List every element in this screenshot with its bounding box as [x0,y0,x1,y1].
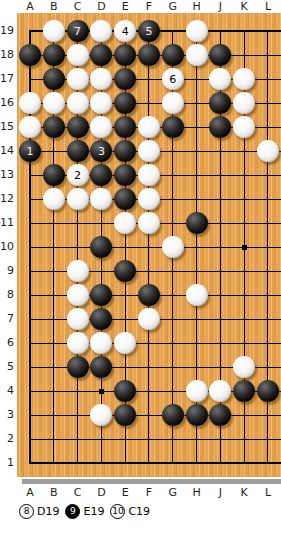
board-point-G6[interactable] [161,331,185,355]
grid-line-horizontal [256,247,281,248]
board-point-H8[interactable] [185,283,209,307]
board-point-A7[interactable] [18,307,42,331]
board-point-J6[interactable] [208,331,232,355]
board-point-H4[interactable] [185,379,209,403]
board-point-H17[interactable] [185,67,209,91]
board-point-J13[interactable] [208,163,232,187]
board-point-H11[interactable] [185,211,209,235]
board-point-C16[interactable] [66,91,90,115]
board-point-E18[interactable] [113,43,137,67]
board-point-L18[interactable] [256,43,280,67]
board-point-D8[interactable] [89,283,113,307]
board-point-H2[interactable] [185,427,209,451]
board-point-E5[interactable] [113,355,137,379]
board-point-J17[interactable] [208,67,232,91]
board-point-H5[interactable] [185,355,209,379]
white-stone: 2 [67,164,89,186]
board-point-B11[interactable] [42,211,66,235]
board-point-F14[interactable] [137,139,161,163]
board-point-F1[interactable] [137,451,161,475]
board-point-H19[interactable] [185,19,209,43]
board-point-D19[interactable] [89,19,113,43]
board-point-G2[interactable] [161,427,185,451]
grid-line-vertical [267,307,268,331]
board-point-E17[interactable] [113,67,137,91]
board-point-B6[interactable] [42,331,66,355]
board-point-F19[interactable]: 5 [137,19,161,43]
board-point-L2[interactable] [256,427,280,451]
board-point-D15[interactable] [89,115,113,139]
move-number: 5 [145,26,152,37]
board-point-C1[interactable] [66,451,90,475]
board-point-K4[interactable] [232,379,256,403]
board-point-J2[interactable] [208,427,232,451]
board-point-C7[interactable] [66,307,90,331]
grid-line-vertical [77,427,78,451]
grid-line-vertical [53,139,54,163]
board-point-B5[interactable] [42,355,66,379]
board-point-A10[interactable] [18,235,42,259]
board-point-L19[interactable] [256,19,280,43]
black-stone: 7 [67,20,89,42]
board-point-A5[interactable] [18,355,42,379]
column-label: B [42,486,66,500]
board-point-D17[interactable] [89,67,113,91]
board-point-J9[interactable] [208,259,232,283]
board-point-A1[interactable] [18,451,42,475]
white-stone [162,236,184,258]
board-point-H16[interactable] [185,91,209,115]
board-point-F9[interactable] [137,259,161,283]
board-point-L13[interactable] [256,163,280,187]
board-point-G12[interactable] [161,187,185,211]
board-point-F18[interactable] [137,43,161,67]
board-point-L7[interactable] [256,307,280,331]
board-point-A13[interactable] [18,163,42,187]
board-point-L10[interactable] [256,235,280,259]
grid-line-vertical [220,259,221,283]
board-point-H10[interactable] [185,235,209,259]
grid-line-vertical [267,187,268,211]
board-point-B8[interactable] [42,283,66,307]
board-point-J7[interactable] [208,307,232,331]
board-point-K13[interactable] [232,163,256,187]
board-point-C2[interactable] [66,427,90,451]
board-point-F2[interactable] [137,427,161,451]
board-point-G8[interactable] [161,283,185,307]
board-point-E19[interactable]: 4 [113,19,137,43]
board-point-J1[interactable] [208,451,232,475]
board-point-B18[interactable] [42,43,66,67]
board-point-G7[interactable] [161,307,185,331]
grid-line-vertical [196,451,197,464]
board-point-L5[interactable] [256,355,280,379]
board-point-G11[interactable] [161,211,185,235]
board-point-E16[interactable] [113,91,137,115]
board-point-D1[interactable] [89,451,113,475]
board-point-C9[interactable] [66,259,90,283]
board-point-G18[interactable] [161,43,185,67]
board-point-D11[interactable] [89,211,113,235]
grid-line-vertical [77,211,78,235]
board-point-C14[interactable] [66,139,90,163]
grid-line-horizontal [256,367,281,368]
board-point-L1[interactable] [256,451,280,475]
board-point-D2[interactable] [89,427,113,451]
board-point-K10[interactable] [232,235,256,259]
board-point-A15[interactable] [18,115,42,139]
board-point-L15[interactable] [256,115,280,139]
board-point-D6[interactable] [89,331,113,355]
board-point-F16[interactable] [137,91,161,115]
board-point-B4[interactable] [42,379,66,403]
board-point-E2[interactable] [113,427,137,451]
column-label: G [161,486,185,500]
white-stone [90,404,112,426]
column-label: A [18,486,42,500]
board-point-G9[interactable] [161,259,185,283]
board-point-D16[interactable] [89,91,113,115]
board-point-K2[interactable] [232,427,256,451]
grid-line-vertical [29,403,31,427]
board-point-C17[interactable] [66,67,90,91]
board-point-K11[interactable] [232,211,256,235]
board-point-J16[interactable] [208,91,232,115]
board-point-D18[interactable] [89,43,113,67]
board-point-H3[interactable] [185,403,209,427]
board-point-E12[interactable] [113,187,137,211]
board-point-A18[interactable] [18,43,42,67]
grid-line-horizontal [256,343,281,344]
board-point-A3[interactable] [18,403,42,427]
board-point-F3[interactable] [137,403,161,427]
board-point-B2[interactable] [42,427,66,451]
board-point-G4[interactable] [161,379,185,403]
board-point-B16[interactable] [42,91,66,115]
board-point-D9[interactable] [89,259,113,283]
board-point-L11[interactable] [256,211,280,235]
board-point-K17[interactable] [232,67,256,91]
grid-line-vertical [29,331,31,355]
grid-line-vertical [172,331,173,355]
board-point-K14[interactable] [232,139,256,163]
board-point-J8[interactable] [208,283,232,307]
board-point-K18[interactable] [232,43,256,67]
row-label: 14 [0,139,15,163]
black-stone [67,116,89,138]
grid-line-vertical [244,187,245,211]
board-point-G10[interactable] [161,235,185,259]
board-point-H7[interactable] [185,307,209,331]
board-point-K3[interactable] [232,403,256,427]
board-point-C12[interactable] [66,187,90,211]
board-point-C13[interactable]: 2 [66,163,90,187]
board-point-E1[interactable] [113,451,137,475]
column-label: K [232,0,256,13]
move-number: 2 [74,170,81,181]
board-point-E10[interactable] [113,235,137,259]
grid-line-vertical [220,307,221,331]
board-point-A14[interactable]: 1 [18,139,42,163]
grid-line-vertical [267,30,268,43]
white-stone [90,68,112,90]
white-stone [257,140,279,162]
grid-line-vertical [172,187,173,211]
black-stone [90,284,112,306]
grid-line-vertical [220,163,221,187]
white-stone: 4 [114,20,136,42]
board-point-J15[interactable] [208,115,232,139]
board-point-A19[interactable] [18,19,42,43]
board-point-C18[interactable] [66,43,90,67]
row-label: 17 [0,67,15,91]
board-point-L4[interactable] [256,379,280,403]
white-stone [233,68,255,90]
board-point-H9[interactable] [185,259,209,283]
grid-line-vertical [244,403,245,427]
board-point-D4[interactable] [89,379,113,403]
black-stone [162,44,184,66]
board-point-F10[interactable] [137,235,161,259]
grid-line-vertical [29,427,31,451]
board-point-B3[interactable] [42,403,66,427]
star-point [99,389,104,394]
grid-line-vertical [196,235,197,259]
board-point-E4[interactable] [113,379,137,403]
grid-line-vertical [220,283,221,307]
board-point-G16[interactable] [161,91,185,115]
board-point-J5[interactable] [208,355,232,379]
board-point-F5[interactable] [137,355,161,379]
grid-line-vertical [196,139,197,163]
board-point-E11[interactable] [113,211,137,235]
board-point-H13[interactable] [185,163,209,187]
board-point-B13[interactable] [42,163,66,187]
grid-line-vertical [244,43,245,67]
board-point-G15[interactable] [161,115,185,139]
column-label: H [185,0,209,13]
board-point-K19[interactable] [232,19,256,43]
grid-line-vertical [53,427,54,451]
row-label: 11 [0,211,15,235]
board-point-F6[interactable] [137,331,161,355]
board-point-F17[interactable] [137,67,161,91]
grid-line-vertical [267,451,268,464]
board-point-J3[interactable] [208,403,232,427]
move-point: E19 [83,505,104,518]
board-point-D7[interactable] [89,307,113,331]
board-point-J11[interactable] [208,211,232,235]
board-point-K16[interactable] [232,91,256,115]
board-point-K8[interactable] [232,283,256,307]
board-point-B1[interactable] [42,451,66,475]
grid-line-vertical [220,211,221,235]
board-point-J14[interactable] [208,139,232,163]
board-point-G14[interactable] [161,139,185,163]
board-point-L17[interactable] [256,67,280,91]
white-stone [43,188,65,210]
board-point-G1[interactable] [161,451,185,475]
board-point-F15[interactable] [137,115,161,139]
board-point-J19[interactable] [208,19,232,43]
board-point-B17[interactable] [42,67,66,91]
board-point-H12[interactable] [185,187,209,211]
board-point-A9[interactable] [18,259,42,283]
board-point-C19[interactable]: 7 [66,19,90,43]
board-point-K6[interactable] [232,331,256,355]
white-stone [233,116,255,138]
grid-line-vertical [267,403,268,427]
grid-line-vertical [267,427,268,451]
grid-line-vertical [29,163,31,187]
board-point-J12[interactable] [208,187,232,211]
board-point-L3[interactable] [256,403,280,427]
white-stone [138,212,160,234]
grid-line-vertical [101,211,102,235]
board-point-C4[interactable] [66,379,90,403]
board-point-C6[interactable] [66,331,90,355]
white-stone [162,92,184,114]
board-point-G13[interactable] [161,163,185,187]
board-point-K9[interactable] [232,259,256,283]
board-point-E3[interactable] [113,403,137,427]
board-point-E7[interactable] [113,307,137,331]
board-point-D5[interactable] [89,355,113,379]
board-point-H18[interactable] [185,43,209,67]
board-point-B19[interactable] [42,19,66,43]
board-point-J10[interactable] [208,235,232,259]
board-point-A16[interactable] [18,91,42,115]
grid-line-horizontal [256,55,281,56]
board-point-D12[interactable] [89,187,113,211]
board-point-D3[interactable] [89,403,113,427]
board-point-L6[interactable] [256,331,280,355]
board-point-K12[interactable] [232,187,256,211]
white-stone [138,308,160,330]
white-move-badge: 8 [19,504,34,519]
board-point-G3[interactable] [161,403,185,427]
board-point-G5[interactable] [161,355,185,379]
column-label: J [208,0,232,13]
black-stone [90,236,112,258]
row-labels: 19181716151413121110987654321 [0,19,15,475]
grid-line-vertical [53,235,54,259]
board-point-F4[interactable] [137,379,161,403]
board-point-F13[interactable] [137,163,161,187]
board-point-C15[interactable] [66,115,90,139]
grid-line-vertical [125,235,126,259]
board-point-J4[interactable] [208,379,232,403]
grid-line-vertical [148,91,149,115]
board-point-B14[interactable] [42,139,66,163]
board-point-H6[interactable] [185,331,209,355]
column-label: D [89,486,113,500]
row-label: 4 [0,379,15,403]
black-stone [162,116,184,138]
board-point-L9[interactable] [256,259,280,283]
board-point-A11[interactable] [18,211,42,235]
board-point-H1[interactable] [185,451,209,475]
black-stone [138,44,160,66]
board-point-J18[interactable] [208,43,232,67]
board-point-B7[interactable] [42,307,66,331]
board-point-A2[interactable] [18,427,42,451]
board-point-D14[interactable]: 3 [89,139,113,163]
row-label: 8 [0,283,15,307]
board-point-B9[interactable] [42,259,66,283]
board-point-C3[interactable] [66,403,90,427]
board-point-A4[interactable] [18,379,42,403]
board-point-L12[interactable] [256,187,280,211]
board-point-E15[interactable] [113,115,137,139]
board-point-K15[interactable] [232,115,256,139]
board-point-E8[interactable] [113,283,137,307]
board-point-E6[interactable] [113,331,137,355]
move-point: D19 [37,505,59,518]
board-point-E13[interactable] [113,163,137,187]
grid-line-vertical [172,427,173,451]
board-point-A6[interactable] [18,331,42,355]
board-point-C8[interactable] [66,283,90,307]
board-point-A12[interactable] [18,187,42,211]
column-label: C [66,486,90,500]
grid-line-horizontal [256,175,281,176]
white-stone: 6 [162,68,184,90]
board-point-B10[interactable] [42,235,66,259]
board-point-L8[interactable] [256,283,280,307]
board-point-L16[interactable] [256,91,280,115]
board-point-C11[interactable] [66,211,90,235]
board-point-A8[interactable] [18,283,42,307]
grid-line-vertical [244,163,245,187]
black-stone [43,68,65,90]
board-point-E9[interactable] [113,259,137,283]
board-point-C10[interactable] [66,235,90,259]
board-point-L14[interactable] [256,139,280,163]
black-stone [162,404,184,426]
board-point-H15[interactable] [185,115,209,139]
board-point-D13[interactable] [89,163,113,187]
board-point-C5[interactable] [66,355,90,379]
grid-line-horizontal [256,127,281,128]
board-point-F7[interactable] [137,307,161,331]
board-point-F11[interactable] [137,211,161,235]
grid-line-vertical [196,163,197,187]
grid-line-vertical [29,67,31,91]
board-point-E14[interactable] [113,139,137,163]
board-point-B12[interactable] [42,187,66,211]
board-point-K7[interactable] [232,307,256,331]
black-stone [90,164,112,186]
board-point-B15[interactable] [42,115,66,139]
board-point-K5[interactable] [232,355,256,379]
board-point-G19[interactable] [161,19,185,43]
board-point-F8[interactable] [137,283,161,307]
board-point-F12[interactable] [137,187,161,211]
white-stone [67,68,89,90]
white-stone [67,188,89,210]
board-point-A17[interactable] [18,67,42,91]
grid-line-vertical [53,355,54,379]
board-point-H14[interactable] [185,139,209,163]
grid-line-vertical [244,139,245,163]
board-point-G17[interactable]: 6 [161,67,185,91]
board-point-K1[interactable] [232,451,256,475]
grid-line-vertical [172,379,173,403]
board-point-D10[interactable] [89,235,113,259]
row-label: 1 [0,451,15,475]
row-label: 5 [0,355,15,379]
